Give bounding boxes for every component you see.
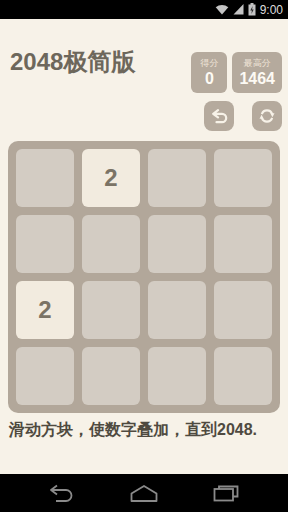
cell-r2c0: 2	[16, 281, 74, 339]
status-time: 9:00	[260, 4, 283, 16]
cell-r0c0	[16, 149, 74, 207]
cell-r1c0	[16, 215, 74, 273]
status-bar: 9:00	[0, 0, 288, 19]
cell-r1c3	[214, 215, 272, 273]
phone-screen: 9:00 2048极简版 得分 0 最高分 1464	[0, 0, 288, 512]
cell-r2c3	[214, 281, 272, 339]
restart-button[interactable]	[252, 101, 282, 131]
signal-icon	[233, 4, 244, 15]
recents-button[interactable]	[212, 482, 240, 504]
score-value: 0	[205, 71, 214, 87]
cell-r3c2	[148, 347, 206, 405]
wifi-icon	[215, 4, 229, 15]
navigation-bar	[0, 474, 288, 512]
cell-r1c2	[148, 215, 206, 273]
recents-icon	[213, 485, 239, 502]
game-board[interactable]: 2 2	[8, 141, 280, 413]
undo-icon	[211, 109, 228, 124]
score-label: 得分	[200, 59, 218, 68]
app-title: 2048极简版	[10, 49, 135, 74]
best-score-badge: 最高分 1464	[232, 52, 282, 93]
cell-r2c2	[148, 281, 206, 339]
header: 2048极简版 得分 0 最高分 1464	[0, 19, 288, 93]
cell-r0c1: 2	[82, 149, 140, 207]
cell-r1c1	[82, 215, 140, 273]
cell-r2c1	[82, 281, 140, 339]
cell-r3c3	[214, 347, 272, 405]
home-button[interactable]	[130, 482, 158, 504]
refresh-icon	[259, 108, 275, 124]
home-icon	[130, 485, 158, 502]
cell-r3c0	[16, 347, 74, 405]
back-icon	[49, 484, 75, 502]
cell-r0c3	[214, 149, 272, 207]
best-score-label: 最高分	[244, 59, 271, 68]
score-badge: 得分 0	[191, 52, 227, 93]
cell-r0c2	[148, 149, 206, 207]
hint-text: 滑动方块，使数字叠加，直到2048.	[9, 420, 280, 441]
back-button[interactable]	[48, 482, 76, 504]
score-badges: 得分 0 最高分 1464	[191, 52, 282, 93]
battery-charging-icon	[248, 3, 256, 16]
cell-r3c1	[82, 347, 140, 405]
best-score-value: 1464	[239, 71, 275, 87]
undo-button[interactable]	[204, 101, 234, 131]
control-buttons	[0, 93, 288, 131]
